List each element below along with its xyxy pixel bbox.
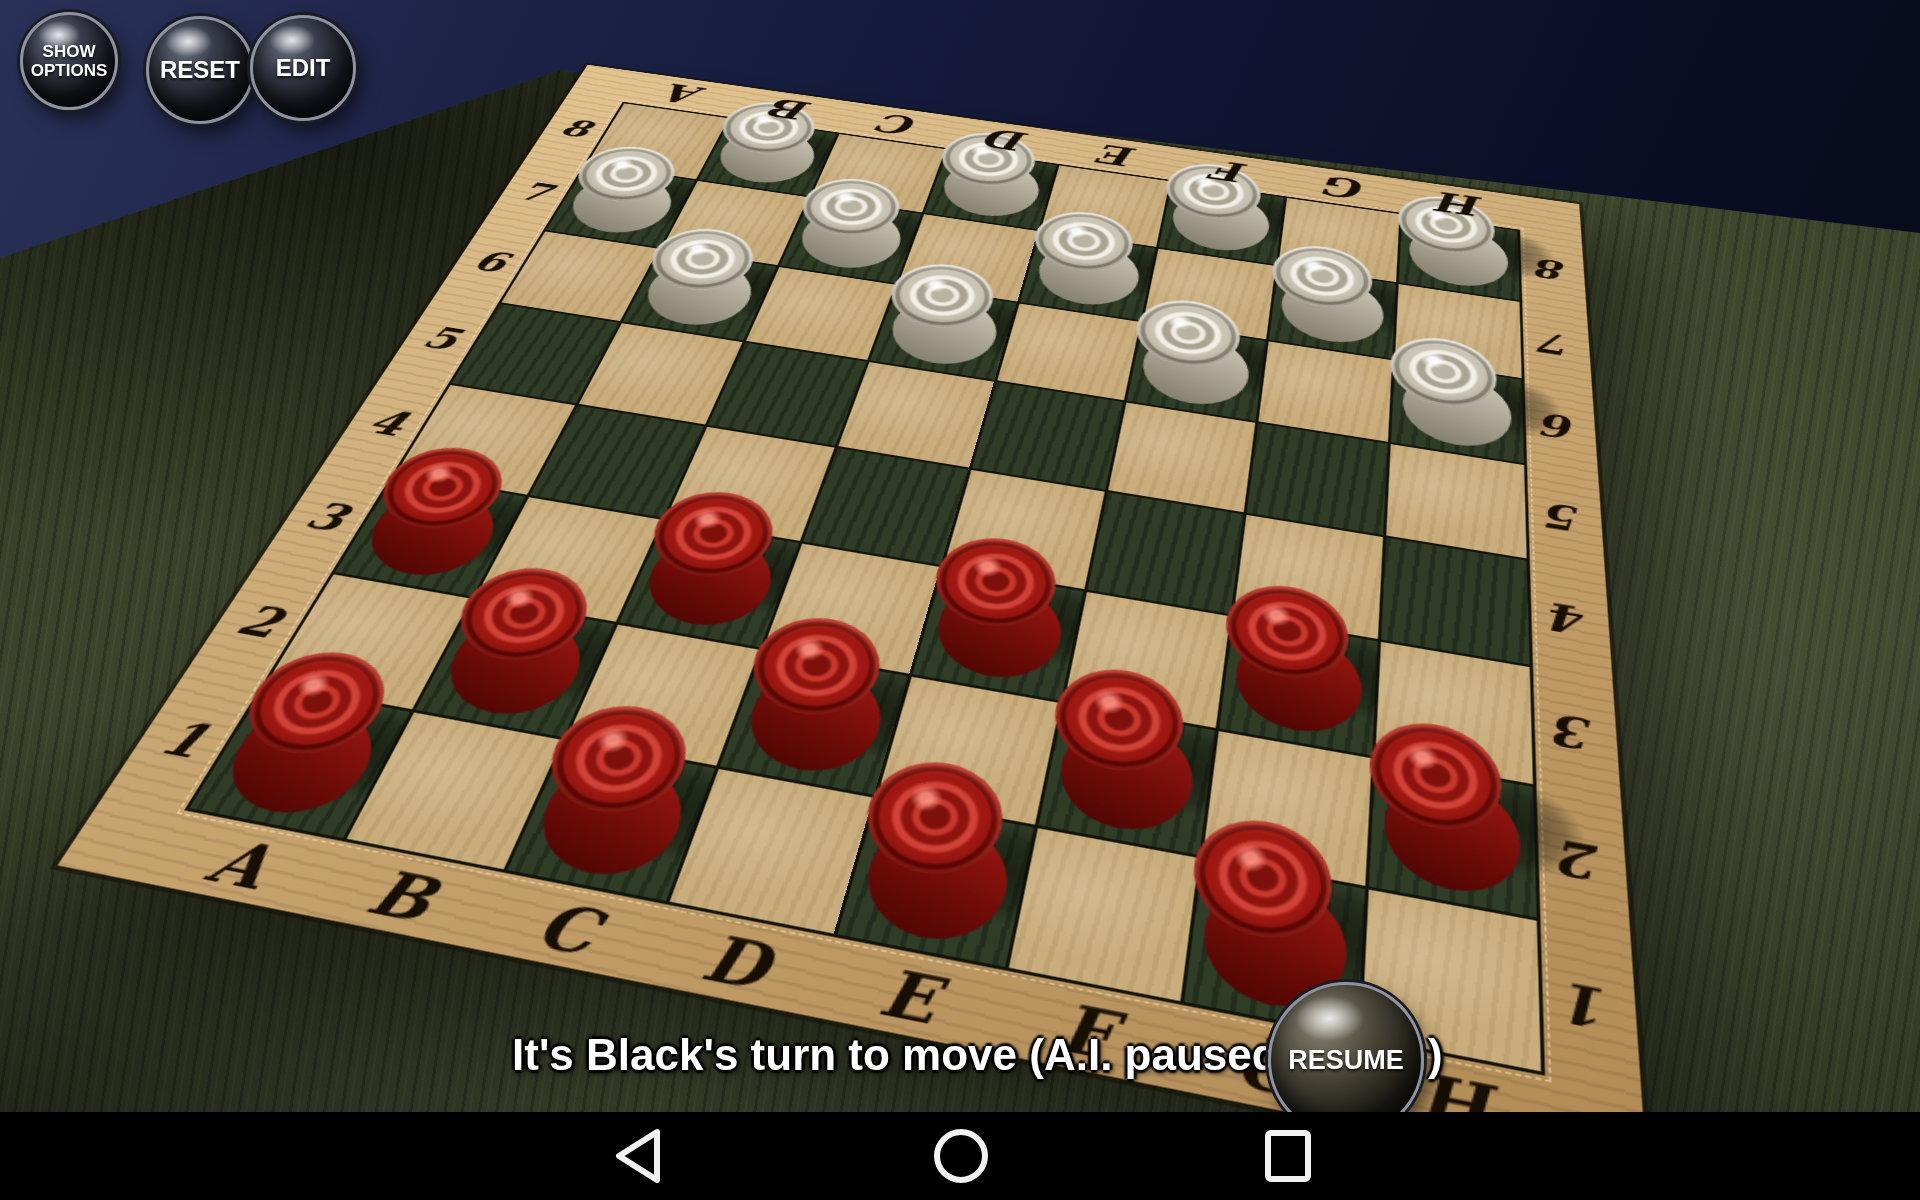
file-label-top-H: H (1438, 185, 1483, 223)
rank-label-left-2: 2 (228, 594, 293, 647)
file-label-bottom-A: A (195, 824, 285, 902)
file-label-top-E: E (1097, 138, 1139, 173)
show-options-button[interactable]: SHOW OPTIONS (20, 12, 118, 110)
file-label-top-D: D (983, 123, 1032, 158)
rank-label-left-1: 1 (150, 709, 221, 769)
rank-label-left-6: 6 (467, 243, 516, 278)
rank-label-left-3: 3 (298, 492, 358, 539)
status-text-closing-paren: ) (1428, 1030, 1443, 1080)
rank-label-left-4: 4 (360, 401, 416, 444)
edit-label: EDIT (276, 54, 331, 82)
file-label-top-A: A (660, 78, 710, 111)
file-label-bottom-C: C (525, 887, 609, 969)
screen: 88AA77BB66CC55DD44EE33FF22GG11HH SHOW OP… (0, 0, 1920, 1200)
home-icon[interactable] (931, 1126, 991, 1186)
edit-button[interactable]: EDIT (250, 15, 356, 121)
status-text: It's Black's turn to move (A.I. paused (512, 1030, 1279, 1080)
file-label-top-G: G (1324, 170, 1367, 207)
rank-label-right-8: 8 (1537, 252, 1569, 286)
file-label-top-F: F (1212, 154, 1250, 189)
rank-label-right-2: 2 (1560, 828, 1605, 893)
resume-label: RESUME (1288, 1045, 1404, 1076)
file-label-bottom-D: D (694, 919, 779, 1005)
back-icon[interactable] (611, 1127, 663, 1185)
rank-label-right-1: 1 (1566, 969, 1614, 1043)
reset-button[interactable]: RESET (146, 16, 254, 124)
rank-label-right-3: 3 (1555, 703, 1597, 760)
square-e1[interactable] (837, 799, 1033, 967)
file-label-bottom-E: E (873, 953, 946, 1039)
rank-label-left-8: 8 (555, 113, 598, 142)
square-f1[interactable] (1008, 828, 1198, 1001)
show-options-label-line2: OPTIONS (31, 61, 108, 80)
reset-label: RESET (160, 56, 240, 84)
rank-label-right-6: 6 (1543, 405, 1578, 446)
recents-icon[interactable] (1262, 1128, 1314, 1184)
rank-label-right-4: 4 (1551, 593, 1590, 644)
rank-label-left-5: 5 (416, 318, 468, 357)
show-options-label-line1: SHOW (43, 42, 96, 61)
file-label-top-C: C (875, 108, 922, 142)
rank-label-left-7: 7 (513, 175, 559, 207)
rank-label-right-7: 7 (1540, 325, 1573, 363)
android-nav-bar (0, 1112, 1920, 1200)
file-label-bottom-B: B (357, 855, 448, 936)
rank-label-right-5: 5 (1547, 494, 1584, 540)
